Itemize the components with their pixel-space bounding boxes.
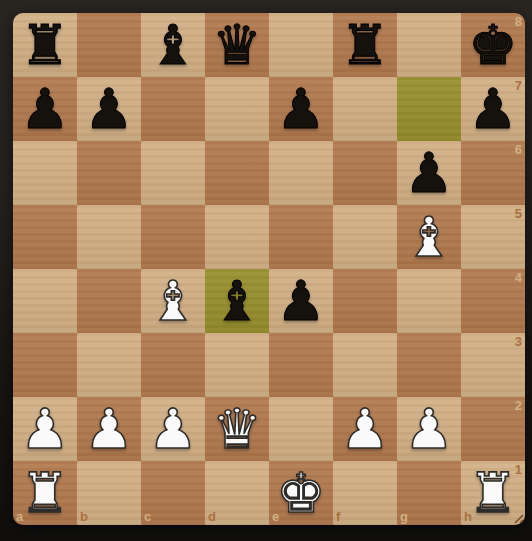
square-f4[interactable]	[333, 269, 397, 333]
square-h3[interactable]: 3	[461, 333, 525, 397]
black-rook-a8[interactable]: ♜	[20, 13, 69, 77]
chess-board[interactable]: ♜♝♛♜8♚♟♟♟7♟♟6♝5♝♝♟43♟♟♟♛♟♟2a♜bcde♚fg1h♜	[13, 13, 525, 525]
rank-label-3: 3	[515, 335, 522, 348]
square-g4[interactable]	[397, 269, 461, 333]
square-f5[interactable]	[333, 205, 397, 269]
square-h5[interactable]: 5	[461, 205, 525, 269]
square-d1[interactable]: d	[205, 461, 269, 525]
black-pawn-a7[interactable]: ♟	[20, 77, 69, 141]
square-a6[interactable]	[13, 141, 77, 205]
square-g7[interactable]	[397, 77, 461, 141]
black-bishop-d4[interactable]: ♝	[212, 269, 261, 333]
square-h2[interactable]: 2	[461, 397, 525, 461]
square-g8[interactable]	[397, 13, 461, 77]
file-label-g: g	[400, 510, 408, 523]
square-f1[interactable]: f	[333, 461, 397, 525]
square-d5[interactable]	[205, 205, 269, 269]
white-pawn-b2[interactable]: ♟	[84, 397, 133, 461]
rank-label-6: 6	[515, 143, 522, 156]
square-h7[interactable]: 7♟	[461, 77, 525, 141]
square-g1[interactable]: g	[397, 461, 461, 525]
black-pawn-h7[interactable]: ♟	[468, 77, 517, 141]
square-c3[interactable]	[141, 333, 205, 397]
square-b4[interactable]	[77, 269, 141, 333]
square-f2[interactable]: ♟	[333, 397, 397, 461]
square-a4[interactable]	[13, 269, 77, 333]
square-e7[interactable]: ♟	[269, 77, 333, 141]
file-label-c: c	[144, 510, 151, 523]
square-b1[interactable]: b	[77, 461, 141, 525]
white-rook-a1[interactable]: ♜	[20, 461, 69, 525]
square-b2[interactable]: ♟	[77, 397, 141, 461]
black-pawn-e4[interactable]: ♟	[276, 269, 325, 333]
square-h4[interactable]: 4	[461, 269, 525, 333]
square-f6[interactable]	[333, 141, 397, 205]
white-pawn-c2[interactable]: ♟	[148, 397, 197, 461]
file-label-b: b	[80, 510, 88, 523]
square-a2[interactable]: ♟	[13, 397, 77, 461]
square-b5[interactable]	[77, 205, 141, 269]
square-h6[interactable]: 6	[461, 141, 525, 205]
black-pawn-g6[interactable]: ♟	[404, 141, 453, 205]
black-rook-f8[interactable]: ♜	[340, 13, 389, 77]
square-e5[interactable]	[269, 205, 333, 269]
square-c4[interactable]: ♝	[141, 269, 205, 333]
square-f3[interactable]	[333, 333, 397, 397]
square-b7[interactable]: ♟	[77, 77, 141, 141]
square-d4[interactable]: ♝	[205, 269, 269, 333]
black-king-h8[interactable]: ♚	[468, 13, 517, 77]
square-g2[interactable]: ♟	[397, 397, 461, 461]
square-h8[interactable]: 8♚	[461, 13, 525, 77]
square-a5[interactable]	[13, 205, 77, 269]
white-pawn-a2[interactable]: ♟	[20, 397, 69, 461]
square-c6[interactable]	[141, 141, 205, 205]
square-d6[interactable]	[205, 141, 269, 205]
black-bishop-c8[interactable]: ♝	[148, 13, 197, 77]
square-a8[interactable]: ♜	[13, 13, 77, 77]
white-king-e1[interactable]: ♚	[276, 461, 325, 525]
resize-handle-icon[interactable]	[510, 510, 524, 524]
square-g5[interactable]: ♝	[397, 205, 461, 269]
square-g3[interactable]	[397, 333, 461, 397]
rank-label-4: 4	[515, 271, 522, 284]
black-pawn-e7[interactable]: ♟	[276, 77, 325, 141]
file-label-f: f	[336, 510, 340, 523]
white-pawn-f2[interactable]: ♟	[340, 397, 389, 461]
square-c2[interactable]: ♟	[141, 397, 205, 461]
square-d2[interactable]: ♛	[205, 397, 269, 461]
square-e8[interactable]	[269, 13, 333, 77]
black-queen-d8[interactable]: ♛	[212, 13, 261, 77]
square-d8[interactable]: ♛	[205, 13, 269, 77]
white-queen-d2[interactable]: ♛	[212, 397, 261, 461]
white-bishop-g5[interactable]: ♝	[404, 205, 453, 269]
square-e1[interactable]: e♚	[269, 461, 333, 525]
square-f8[interactable]: ♜	[333, 13, 397, 77]
square-d3[interactable]	[205, 333, 269, 397]
square-a7[interactable]: ♟	[13, 77, 77, 141]
square-e4[interactable]: ♟	[269, 269, 333, 333]
black-pawn-b7[interactable]: ♟	[84, 77, 133, 141]
square-e3[interactable]	[269, 333, 333, 397]
white-bishop-c4[interactable]: ♝	[148, 269, 197, 333]
rank-label-2: 2	[515, 399, 522, 412]
square-b8[interactable]	[77, 13, 141, 77]
square-a3[interactable]	[13, 333, 77, 397]
square-c7[interactable]	[141, 77, 205, 141]
square-e2[interactable]	[269, 397, 333, 461]
square-e6[interactable]	[269, 141, 333, 205]
square-b3[interactable]	[77, 333, 141, 397]
square-a1[interactable]: a♜	[13, 461, 77, 525]
square-c1[interactable]: c	[141, 461, 205, 525]
square-c5[interactable]	[141, 205, 205, 269]
file-label-d: d	[208, 510, 216, 523]
square-d7[interactable]	[205, 77, 269, 141]
white-pawn-g2[interactable]: ♟	[404, 397, 453, 461]
square-b6[interactable]	[77, 141, 141, 205]
square-f7[interactable]	[333, 77, 397, 141]
square-c8[interactable]: ♝	[141, 13, 205, 77]
rank-label-5: 5	[515, 207, 522, 220]
square-g6[interactable]: ♟	[397, 141, 461, 205]
